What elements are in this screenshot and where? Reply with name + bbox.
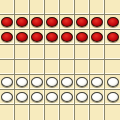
board-cell-r2c3[interactable] [30,15,45,30]
white-piece[interactable] [16,77,28,87]
board-cell-r4c7[interactable] [90,45,105,60]
board-cell-r8c5[interactable] [60,105,75,120]
board-cell-r2c7[interactable] [90,15,105,30]
board-cell-r6c6[interactable] [75,75,90,90]
white-piece[interactable] [107,92,119,102]
board-cell-r1c1[interactable] [0,0,15,15]
board-cell-r5c7[interactable] [90,60,105,75]
board-cell-r5c4[interactable] [45,60,60,75]
board-cell-r6c2[interactable] [15,75,30,90]
red-piece[interactable] [107,17,119,27]
board-cell-r8c1[interactable] [0,105,15,120]
board-cell-r3c4[interactable] [45,30,60,45]
white-piece[interactable] [61,77,73,87]
board-cell-r4c5[interactable] [60,45,75,60]
white-piece[interactable] [1,92,13,102]
board-cell-r1c8[interactable] [105,0,120,15]
red-piece[interactable] [46,17,58,27]
board-cell-r6c5[interactable] [60,75,75,90]
board-cell-r2c2[interactable] [15,15,30,30]
board-cell-r4c8[interactable] [105,45,120,60]
board-cell-r1c3[interactable] [30,0,45,15]
board-cell-r5c8[interactable] [105,60,120,75]
red-piece[interactable] [76,17,88,27]
board-cell-r1c2[interactable] [15,0,30,15]
board-cell-r8c6[interactable] [75,105,90,120]
board-cell-r4c1[interactable] [0,45,15,60]
white-piece[interactable] [76,77,88,87]
board-cell-r3c6[interactable] [75,30,90,45]
board-cell-r3c5[interactable] [60,30,75,45]
white-piece[interactable] [91,92,103,102]
red-piece[interactable] [91,17,103,27]
board-cell-r4c2[interactable] [15,45,30,60]
board-cell-r8c4[interactable] [45,105,60,120]
board-cell-r4c3[interactable] [30,45,45,60]
white-piece[interactable] [16,92,28,102]
board-cell-r6c3[interactable] [30,75,45,90]
board-cell-r3c2[interactable] [15,30,30,45]
red-piece[interactable] [31,17,43,27]
white-piece[interactable] [76,92,88,102]
white-piece[interactable] [91,77,103,87]
white-piece[interactable] [31,77,43,87]
red-piece[interactable] [31,32,43,42]
board-cell-r7c2[interactable] [15,90,30,105]
board-cell-r1c7[interactable] [90,0,105,15]
board-cell-r7c3[interactable] [30,90,45,105]
board-cell-r7c1[interactable] [0,90,15,105]
red-piece[interactable] [16,17,28,27]
board-cell-r1c5[interactable] [60,0,75,15]
board-cell-r8c8[interactable] [105,105,120,120]
board-cell-r2c4[interactable] [45,15,60,30]
white-piece[interactable] [46,92,58,102]
board-cell-r8c2[interactable] [15,105,30,120]
board-cell-r3c3[interactable] [30,30,45,45]
board-cell-r2c5[interactable] [60,15,75,30]
board-cell-r5c1[interactable] [0,60,15,75]
white-piece[interactable] [1,77,13,87]
red-piece[interactable] [1,32,13,42]
board-cell-r6c4[interactable] [45,75,60,90]
board-cell-r3c1[interactable] [0,30,15,45]
white-piece[interactable] [61,92,73,102]
board-cell-r3c7[interactable] [90,30,105,45]
board-cell-r6c1[interactable] [0,75,15,90]
board-cell-r5c2[interactable] [15,60,30,75]
board-cell-r7c8[interactable] [105,90,120,105]
game-board [0,0,120,120]
red-piece[interactable] [107,32,119,42]
board-cell-r8c3[interactable] [30,105,45,120]
red-piece[interactable] [16,32,28,42]
board-cell-r5c5[interactable] [60,60,75,75]
board-cell-r7c5[interactable] [60,90,75,105]
board-cell-r4c6[interactable] [75,45,90,60]
white-piece[interactable] [31,92,43,102]
board-cell-r2c1[interactable] [0,15,15,30]
board-cell-r1c4[interactable] [45,0,60,15]
board-cell-r6c7[interactable] [90,75,105,90]
red-piece[interactable] [61,17,73,27]
board-cell-r2c6[interactable] [75,15,90,30]
board-cell-r2c8[interactable] [105,15,120,30]
board-cell-r7c7[interactable] [90,90,105,105]
red-piece[interactable] [46,32,58,42]
white-piece[interactable] [107,77,119,87]
red-piece[interactable] [91,32,103,42]
red-piece[interactable] [61,32,73,42]
board-cell-r7c6[interactable] [75,90,90,105]
board-cell-r4c4[interactable] [45,45,60,60]
board-cell-r8c7[interactable] [90,105,105,120]
board-cell-r1c6[interactable] [75,0,90,15]
board-cell-r5c6[interactable] [75,60,90,75]
board-cell-r7c4[interactable] [45,90,60,105]
white-piece[interactable] [46,77,58,87]
board-cell-r5c3[interactable] [30,60,45,75]
red-piece[interactable] [1,17,13,27]
board-cell-r3c8[interactable] [105,30,120,45]
board-cell-r6c8[interactable] [105,75,120,90]
red-piece[interactable] [76,32,88,42]
